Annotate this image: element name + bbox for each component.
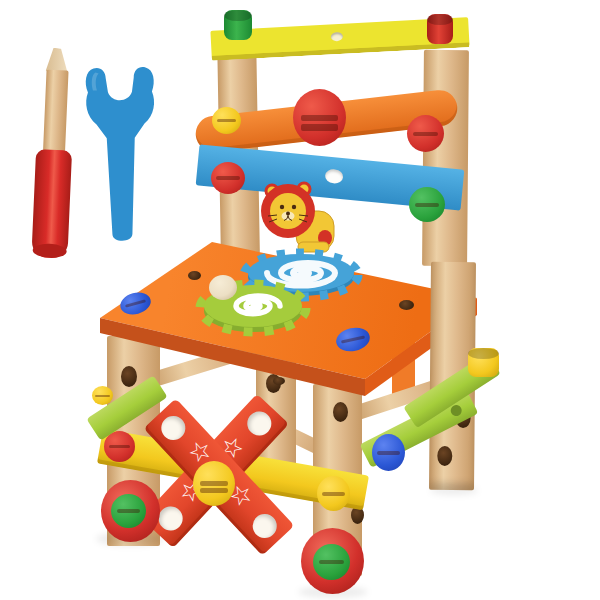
blue-slat-red-bolt	[211, 162, 245, 194]
left-foot-green-bolt	[111, 494, 146, 528]
cross-center-yellow-bolt	[193, 461, 235, 506]
toy-screwdriver	[29, 45, 80, 259]
right-lime-blue-bolt	[372, 434, 405, 471]
blue-slat-green-bolt	[409, 187, 445, 222]
orange-slat-red-bolt	[407, 115, 444, 152]
toy-wrench	[80, 57, 161, 246]
product-photo-toy-chair: ☆ ☆ ☆ ☆	[0, 0, 600, 600]
rail-hole	[331, 32, 343, 42]
orange-slat-big-red-bolt	[293, 89, 346, 146]
seat-hole	[273, 377, 285, 385]
plank-hole	[242, 407, 276, 441]
right-lime-yellow-knob	[468, 348, 499, 377]
plank-hole	[156, 411, 190, 445]
right-back-post	[422, 50, 469, 266]
orange-slat-yellow-bolt	[212, 107, 241, 134]
green-knob	[224, 10, 252, 40]
cream-ball-knob	[209, 275, 237, 300]
plank-hole	[248, 509, 282, 543]
front-rail-yellow-screw	[317, 476, 350, 511]
screwdriver-handle-base	[32, 243, 67, 258]
seat-hole	[399, 300, 414, 310]
red-knob	[427, 14, 453, 44]
screwdriver-handle	[31, 149, 72, 258]
right-foot-green-bolt	[313, 544, 350, 580]
front-rail-red-bolt	[104, 431, 135, 462]
